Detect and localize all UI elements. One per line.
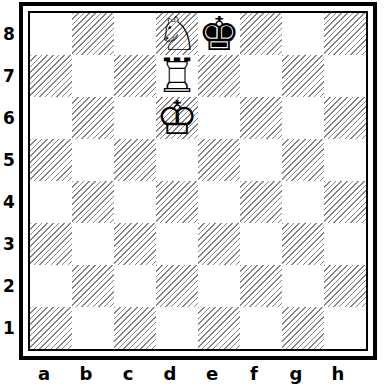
board-inner-border: ♘♚♖♔ — [28, 11, 368, 351]
file-label-h: h — [317, 360, 359, 386]
square-d4[interactable] — [156, 181, 198, 223]
square-c3[interactable] — [114, 223, 156, 265]
square-d8[interactable]: ♘ — [156, 13, 198, 55]
square-f3[interactable] — [240, 223, 282, 265]
square-c4[interactable] — [114, 181, 156, 223]
square-e4[interactable] — [198, 181, 240, 223]
file-label-e: e — [191, 360, 233, 386]
piece-wN-d8: ♘ — [156, 13, 198, 55]
rank-label-5: 5 — [0, 139, 18, 181]
rank-label-7: 7 — [0, 55, 18, 97]
square-g5[interactable] — [282, 139, 324, 181]
square-a2[interactable] — [30, 265, 72, 307]
square-c6[interactable] — [114, 97, 156, 139]
file-label-a: a — [23, 360, 65, 386]
rank-label-1: 1 — [0, 307, 18, 349]
square-h1[interactable] — [324, 307, 366, 349]
square-e1[interactable] — [198, 307, 240, 349]
square-h7[interactable] — [324, 55, 366, 97]
square-e5[interactable] — [198, 139, 240, 181]
square-g6[interactable] — [282, 97, 324, 139]
file-label-g: g — [275, 360, 317, 386]
square-a1[interactable] — [30, 307, 72, 349]
rank-label-4: 4 — [0, 181, 18, 223]
square-h4[interactable] — [324, 181, 366, 223]
rank-label-3: 3 — [0, 223, 18, 265]
square-c5[interactable] — [114, 139, 156, 181]
file-labels: abcdefgh — [23, 360, 359, 386]
square-d2[interactable] — [156, 265, 198, 307]
square-f4[interactable] — [240, 181, 282, 223]
square-a6[interactable] — [30, 97, 72, 139]
square-a5[interactable] — [30, 139, 72, 181]
square-f7[interactable] — [240, 55, 282, 97]
square-b4[interactable] — [72, 181, 114, 223]
square-g7[interactable] — [282, 55, 324, 97]
square-d5[interactable] — [156, 139, 198, 181]
square-e8[interactable]: ♚ — [198, 13, 240, 55]
square-c8[interactable] — [114, 13, 156, 55]
piece-bK-e8: ♚ — [198, 13, 240, 55]
square-a4[interactable] — [30, 181, 72, 223]
file-label-b: b — [65, 360, 107, 386]
square-f8[interactable] — [240, 13, 282, 55]
square-g4[interactable] — [282, 181, 324, 223]
square-e3[interactable] — [198, 223, 240, 265]
square-g1[interactable] — [282, 307, 324, 349]
square-g3[interactable] — [282, 223, 324, 265]
square-b7[interactable] — [72, 55, 114, 97]
square-g2[interactable] — [282, 265, 324, 307]
square-a3[interactable] — [30, 223, 72, 265]
file-label-f: f — [233, 360, 275, 386]
square-b2[interactable] — [72, 265, 114, 307]
square-d1[interactable] — [156, 307, 198, 349]
square-b8[interactable] — [72, 13, 114, 55]
square-h2[interactable] — [324, 265, 366, 307]
square-f6[interactable] — [240, 97, 282, 139]
square-d6[interactable]: ♔ — [156, 97, 198, 139]
piece-wR-d7: ♖ — [156, 55, 198, 97]
square-c2[interactable] — [114, 265, 156, 307]
chess-diagram: 87654321 ♘♚♖♔ abcdefgh — [0, 0, 386, 388]
square-f5[interactable] — [240, 139, 282, 181]
file-label-c: c — [107, 360, 149, 386]
rank-label-6: 6 — [0, 97, 18, 139]
file-label-d: d — [149, 360, 191, 386]
square-g8[interactable] — [282, 13, 324, 55]
square-b5[interactable] — [72, 139, 114, 181]
square-h3[interactable] — [324, 223, 366, 265]
square-h8[interactable] — [324, 13, 366, 55]
square-e2[interactable] — [198, 265, 240, 307]
square-d7[interactable]: ♖ — [156, 55, 198, 97]
square-f1[interactable] — [240, 307, 282, 349]
square-d3[interactable] — [156, 223, 198, 265]
square-b6[interactable] — [72, 97, 114, 139]
square-c7[interactable] — [114, 55, 156, 97]
square-c1[interactable] — [114, 307, 156, 349]
square-e7[interactable] — [198, 55, 240, 97]
square-b3[interactable] — [72, 223, 114, 265]
square-b1[interactable] — [72, 307, 114, 349]
square-h6[interactable] — [324, 97, 366, 139]
square-f2[interactable] — [240, 265, 282, 307]
square-a8[interactable] — [30, 13, 72, 55]
piece-wK-d6: ♔ — [156, 97, 198, 139]
square-e6[interactable] — [198, 97, 240, 139]
rank-label-2: 2 — [0, 265, 18, 307]
square-h5[interactable] — [324, 139, 366, 181]
square-a7[interactable] — [30, 55, 72, 97]
rank-label-8: 8 — [0, 13, 18, 55]
board-grid: ♘♚♖♔ — [30, 13, 366, 349]
rank-labels: 87654321 — [0, 13, 18, 349]
chess-board: ♘♚♖♔ — [19, 2, 377, 360]
